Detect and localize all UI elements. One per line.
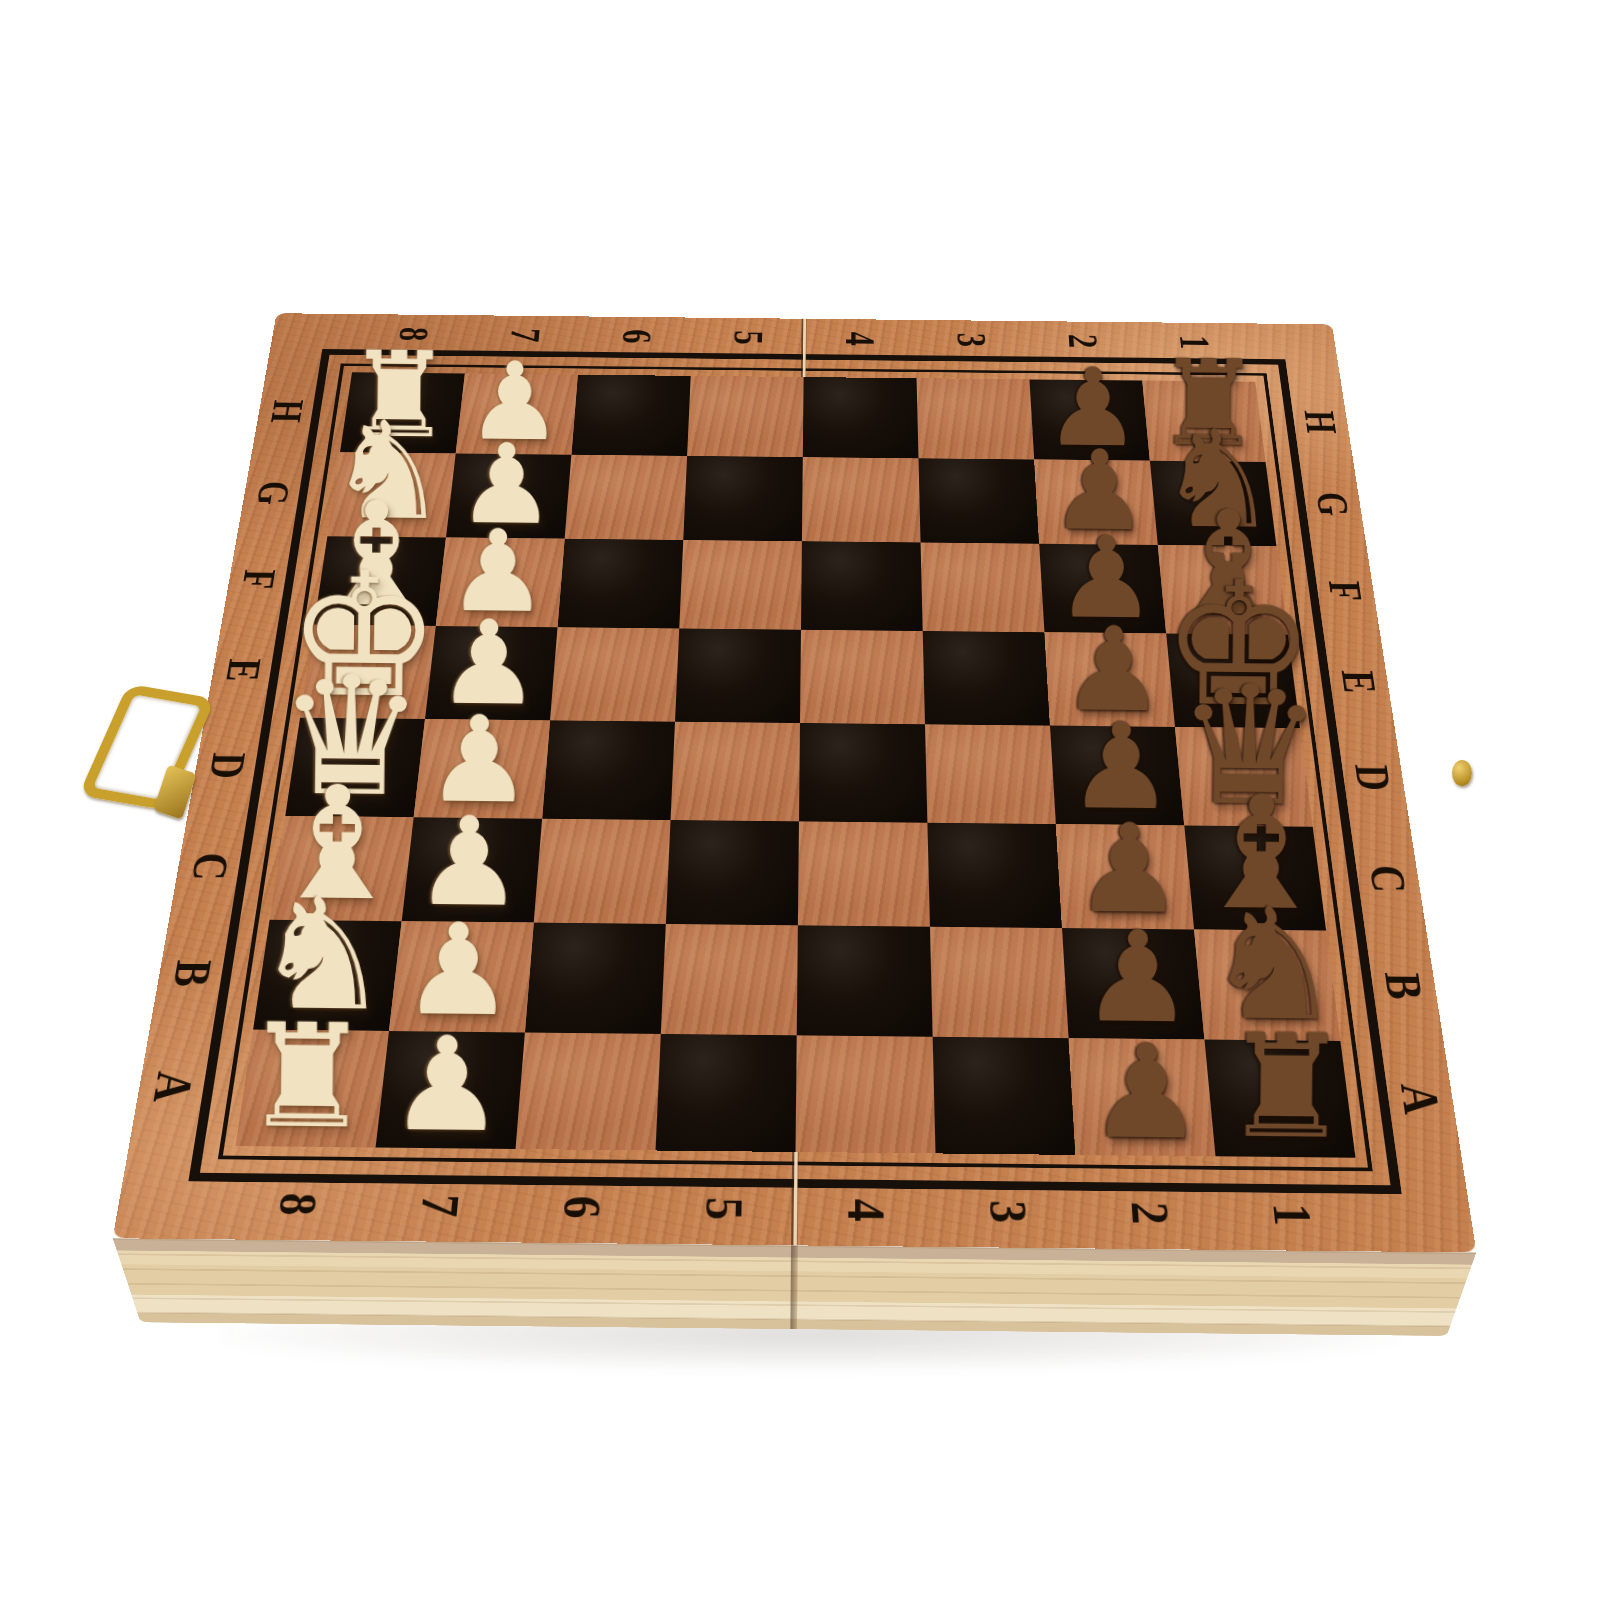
square-a2[interactable]: ♟ xyxy=(1069,1038,1216,1156)
rank-label-top-5: 5 xyxy=(722,300,774,377)
square-c5[interactable] xyxy=(666,820,799,925)
square-c4[interactable] xyxy=(798,821,930,926)
rank-label-top-6: 6 xyxy=(609,299,664,376)
square-f6[interactable] xyxy=(558,539,684,629)
file-label-left-b: B xyxy=(120,948,262,999)
square-a8[interactable]: ♜ xyxy=(236,1030,389,1148)
file-label-right-a: A xyxy=(1347,1073,1493,1127)
chess-board-grid: ♜♟♟♜♞♟♟♞♝♟♟♝♚♟♟♚♛♟♟♛♝♟♟♝♞♟♟♞♜♟♟♜ xyxy=(236,372,1356,1157)
square-a3[interactable] xyxy=(933,1037,1076,1155)
rank-label-top-3: 3 xyxy=(945,302,998,379)
square-b6[interactable] xyxy=(525,923,666,1034)
box-side xyxy=(113,1238,1477,1336)
piece-white-pawn-a7[interactable]: ♟ xyxy=(388,1022,506,1147)
square-d3[interactable] xyxy=(925,724,1056,824)
square-g4[interactable] xyxy=(802,457,921,542)
box-side-seam xyxy=(790,1245,798,1329)
square-f5[interactable] xyxy=(679,540,802,630)
file-label-left-a: A xyxy=(99,1060,246,1114)
square-h4[interactable] xyxy=(803,377,919,458)
piece-black-pawn-a2[interactable]: ♟ xyxy=(1087,1030,1205,1155)
piece-black-rook-a1[interactable]: ♜ xyxy=(1221,1018,1351,1155)
square-b4[interactable] xyxy=(797,925,933,1036)
square-c6[interactable] xyxy=(534,819,671,924)
square-g3[interactable] xyxy=(918,458,1039,543)
file-label-right-b: B xyxy=(1333,961,1474,1012)
square-f3[interactable] xyxy=(921,542,1045,632)
square-e5[interactable] xyxy=(675,628,801,723)
square-f4[interactable] xyxy=(801,541,923,631)
square-b5[interactable] xyxy=(661,924,798,1035)
square-a6[interactable] xyxy=(516,1033,661,1151)
square-g5[interactable] xyxy=(683,456,803,541)
square-a5[interactable] xyxy=(656,1034,797,1152)
square-e3[interactable] xyxy=(923,631,1050,726)
square-b3[interactable] xyxy=(930,927,1069,1038)
product-photo-scene: ♜♟♟♜♞♟♟♞♝♟♟♝♚♟♟♚♛♟♟♛♝♟♟♝♞♟♟♞♜♟♟♜ 8877665… xyxy=(0,0,1601,1601)
piece-white-rook-a8[interactable]: ♜ xyxy=(242,1008,372,1145)
square-h3[interactable] xyxy=(917,378,1035,459)
folding-chess-box: ♜♟♟♜♞♟♟♞♝♟♟♝♚♟♟♚♛♟♟♛♝♟♟♝♞♟♟♞♜♟♟♜ 8877665… xyxy=(113,313,1477,1252)
square-c3[interactable] xyxy=(927,823,1062,928)
square-e6[interactable] xyxy=(550,627,679,721)
square-a7[interactable]: ♟ xyxy=(376,1031,525,1149)
square-d5[interactable] xyxy=(671,722,800,822)
square-a4[interactable] xyxy=(796,1035,936,1153)
square-h6[interactable] xyxy=(571,375,690,456)
square-g6[interactable] xyxy=(565,455,687,540)
square-e4[interactable] xyxy=(800,630,925,725)
board-surface: ♜♟♟♜♞♟♟♞♝♟♟♝♚♟♟♚♛♟♟♛♝♟♟♝♞♟♟♞♜♟♟♜ 8877665… xyxy=(113,313,1477,1252)
square-a1[interactable]: ♜ xyxy=(1204,1040,1355,1158)
rank-label-top-4: 4 xyxy=(835,301,886,378)
brass-catch-icon xyxy=(1452,760,1472,786)
square-h5[interactable] xyxy=(687,376,804,457)
square-d4[interactable] xyxy=(799,723,927,823)
square-d6[interactable] xyxy=(542,720,675,820)
